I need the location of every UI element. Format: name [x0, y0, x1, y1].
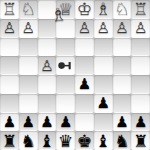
square-b3[interactable] — [19, 38, 38, 57]
square-e4[interactable] — [75, 56, 94, 75]
black-pawn[interactable]: ♟ — [78, 75, 91, 93]
square-b6[interactable] — [19, 94, 38, 113]
black-pawn[interactable]: ♟ — [40, 113, 53, 131]
white-knight[interactable]: ♘ — [114, 0, 129, 18]
white-king[interactable]: ♔ — [77, 0, 92, 18]
square-e2[interactable]: ♙ — [75, 19, 94, 38]
square-e6[interactable] — [75, 94, 94, 113]
square-d8[interactable]: ♛ — [56, 131, 75, 150]
square-f5[interactable] — [94, 75, 113, 94]
square-a2[interactable]: ♙ — [0, 19, 19, 38]
black-bishop[interactable]: ♝ — [96, 132, 111, 150]
chess-board: ♖♘♕♔♗♘♖♙♙♙♙♙♙♙♟♟♟♟♟♟♟♟♜♞♝♛♚♝♞♜ ♗ — [0, 0, 150, 150]
square-b7[interactable]: ♟ — [19, 113, 38, 132]
square-b4[interactable] — [19, 56, 38, 75]
square-g6[interactable] — [113, 94, 132, 113]
square-e5[interactable]: ♟ — [75, 75, 94, 94]
black-queen[interactable]: ♛ — [58, 132, 73, 150]
white-pawn[interactable]: ♙ — [115, 19, 128, 37]
square-g3[interactable] — [113, 38, 132, 57]
square-f2[interactable]: ♙ — [94, 19, 113, 38]
black-knight[interactable]: ♞ — [21, 132, 36, 150]
black-rook[interactable]: ♜ — [2, 132, 17, 150]
square-f8[interactable]: ♝ — [94, 131, 113, 150]
white-rook[interactable]: ♖ — [133, 0, 148, 18]
square-a1[interactable]: ♖ — [0, 0, 19, 19]
white-pawn[interactable]: ♙ — [78, 19, 91, 37]
white-bishop-icon: ♗ — [49, 5, 67, 25]
square-b5[interactable] — [19, 75, 38, 94]
black-knight[interactable]: ♞ — [114, 132, 129, 150]
square-e7[interactable] — [75, 113, 94, 132]
square-d5[interactable] — [56, 75, 75, 94]
white-pawn[interactable]: ♙ — [96, 19, 109, 37]
square-c5[interactable] — [38, 75, 57, 94]
square-a5[interactable] — [0, 75, 19, 94]
black-pawn[interactable]: ♟ — [3, 113, 16, 131]
square-g1[interactable]: ♘ — [113, 0, 132, 19]
black-pawn[interactable]: ♟ — [96, 94, 109, 112]
square-f1[interactable]: ♗ — [94, 0, 113, 19]
square-g4[interactable] — [113, 56, 132, 75]
fish-marker-icon — [58, 61, 72, 70]
square-f4[interactable] — [94, 56, 113, 75]
square-e8[interactable]: ♚ — [75, 131, 94, 150]
white-pawn[interactable]: ♙ — [40, 57, 53, 75]
square-a6[interactable] — [0, 94, 19, 113]
square-h5[interactable] — [131, 75, 150, 94]
square-e1[interactable]: ♔ — [75, 0, 94, 19]
white-bishop[interactable]: ♗ — [96, 0, 111, 18]
square-a8[interactable]: ♜ — [0, 131, 19, 150]
square-a7[interactable]: ♟ — [0, 113, 19, 132]
black-bishop[interactable]: ♝ — [39, 132, 54, 150]
square-h7[interactable]: ♟ — [131, 113, 150, 132]
square-h1[interactable]: ♖ — [131, 0, 150, 19]
square-g2[interactable]: ♙ — [113, 19, 132, 38]
square-b2[interactable]: ♙ — [19, 19, 38, 38]
square-c8[interactable]: ♝ — [38, 131, 57, 150]
square-h8[interactable]: ♜ — [131, 131, 150, 150]
square-g5[interactable] — [113, 75, 132, 94]
white-pawn[interactable]: ♙ — [134, 19, 147, 37]
square-h6[interactable] — [131, 94, 150, 113]
square-c6[interactable] — [38, 94, 57, 113]
floating-white-bishop[interactable]: ♗ — [48, 4, 70, 26]
square-h3[interactable] — [131, 38, 150, 57]
black-pawn[interactable]: ♟ — [134, 113, 147, 131]
square-h4[interactable] — [131, 56, 150, 75]
white-rook[interactable]: ♖ — [2, 0, 17, 18]
black-pawn[interactable]: ♟ — [59, 113, 72, 131]
black-pawn[interactable]: ♟ — [115, 113, 128, 131]
square-e3[interactable] — [75, 38, 94, 57]
square-d6[interactable] — [56, 94, 75, 113]
white-pawn[interactable]: ♙ — [3, 19, 16, 37]
square-g7[interactable]: ♟ — [113, 113, 132, 132]
black-king[interactable]: ♚ — [77, 132, 92, 150]
square-a3[interactable] — [0, 38, 19, 57]
square-f6[interactable]: ♟ — [94, 94, 113, 113]
white-knight[interactable]: ♘ — [21, 0, 36, 18]
black-rook[interactable]: ♜ — [133, 132, 148, 150]
square-f7[interactable] — [94, 113, 113, 132]
square-c4[interactable]: ♙ — [38, 56, 57, 75]
square-g8[interactable]: ♞ — [113, 131, 132, 150]
square-c7[interactable]: ♟ — [38, 113, 57, 132]
black-pawn[interactable]: ♟ — [21, 113, 34, 131]
square-f3[interactable] — [94, 38, 113, 57]
square-h2[interactable]: ♙ — [131, 19, 150, 38]
square-b1[interactable]: ♘ — [19, 0, 38, 19]
square-d7[interactable]: ♟ — [56, 113, 75, 132]
square-a4[interactable] — [0, 56, 19, 75]
square-d3[interactable] — [56, 38, 75, 57]
square-c3[interactable] — [38, 38, 57, 57]
square-b8[interactable]: ♞ — [19, 131, 38, 150]
white-pawn[interactable]: ♙ — [21, 19, 34, 37]
